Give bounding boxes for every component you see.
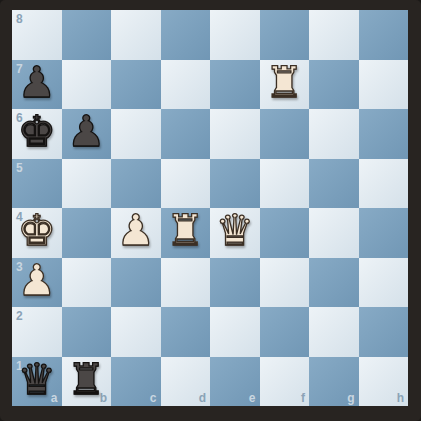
square-c6[interactable] xyxy=(111,109,161,159)
square-a5[interactable]: 5 xyxy=(12,159,62,209)
square-h8[interactable] xyxy=(359,10,409,60)
piece-white-pawn[interactable]: ♟ xyxy=(111,206,161,256)
piece-black-pawn[interactable]: ♟ xyxy=(12,58,62,108)
square-b3[interactable] xyxy=(62,258,112,308)
square-f1[interactable]: f xyxy=(260,357,310,407)
square-c8[interactable] xyxy=(111,10,161,60)
square-h7[interactable] xyxy=(359,60,409,110)
square-g5[interactable] xyxy=(309,159,359,209)
square-f8[interactable] xyxy=(260,10,310,60)
square-d4[interactable]: ♜ xyxy=(161,208,211,258)
square-d2[interactable] xyxy=(161,307,211,357)
square-a6[interactable]: 6♚ xyxy=(12,109,62,159)
file-label-d: d xyxy=(199,391,206,405)
rank-label-2: 2 xyxy=(16,309,23,323)
square-h5[interactable] xyxy=(359,159,409,209)
square-c4[interactable]: ♟ xyxy=(111,208,161,258)
square-b4[interactable] xyxy=(62,208,112,258)
square-c5[interactable] xyxy=(111,159,161,209)
square-d3[interactable] xyxy=(161,258,211,308)
file-label-f: f xyxy=(301,391,305,405)
square-d6[interactable] xyxy=(161,109,211,159)
square-b1[interactable]: b♜ xyxy=(62,357,112,407)
square-e1[interactable]: e xyxy=(210,357,260,407)
square-f4[interactable] xyxy=(260,208,310,258)
square-h1[interactable]: h xyxy=(359,357,409,407)
square-f3[interactable] xyxy=(260,258,310,308)
file-label-g: g xyxy=(347,391,354,405)
square-e3[interactable] xyxy=(210,258,260,308)
square-e4[interactable]: ♛ xyxy=(210,208,260,258)
file-label-h: h xyxy=(397,391,404,405)
square-a8[interactable]: 8 xyxy=(12,10,62,60)
square-h4[interactable] xyxy=(359,208,409,258)
file-label-e: e xyxy=(249,391,256,405)
square-c7[interactable] xyxy=(111,60,161,110)
piece-white-king[interactable]: ♚ xyxy=(12,206,62,256)
square-e7[interactable] xyxy=(210,60,260,110)
square-b5[interactable] xyxy=(62,159,112,209)
square-b8[interactable] xyxy=(62,10,112,60)
square-f2[interactable] xyxy=(260,307,310,357)
piece-white-queen[interactable]: ♛ xyxy=(210,206,260,256)
file-label-c: c xyxy=(150,391,157,405)
square-g7[interactable] xyxy=(309,60,359,110)
square-h3[interactable] xyxy=(359,258,409,308)
square-a3[interactable]: 3♟ xyxy=(12,258,62,308)
piece-white-rook[interactable]: ♜ xyxy=(161,206,211,256)
square-c3[interactable] xyxy=(111,258,161,308)
square-c2[interactable] xyxy=(111,307,161,357)
piece-black-pawn[interactable]: ♟ xyxy=(62,107,112,157)
square-g2[interactable] xyxy=(309,307,359,357)
square-g6[interactable] xyxy=(309,109,359,159)
square-d1[interactable]: d xyxy=(161,357,211,407)
piece-black-rook[interactable]: ♜ xyxy=(62,355,112,405)
square-a4[interactable]: 4♚ xyxy=(12,208,62,258)
square-b7[interactable] xyxy=(62,60,112,110)
piece-black-queen[interactable]: ♛ xyxy=(12,355,62,405)
square-g1[interactable]: g xyxy=(309,357,359,407)
square-e5[interactable] xyxy=(210,159,260,209)
piece-white-pawn[interactable]: ♟ xyxy=(12,256,62,306)
square-c1[interactable]: c xyxy=(111,357,161,407)
square-g4[interactable] xyxy=(309,208,359,258)
chess-board: 87♟♜6♚♟54♚♟♜♛3♟21a♛b♜cdefgh xyxy=(12,10,408,406)
square-d5[interactable] xyxy=(161,159,211,209)
rank-label-5: 5 xyxy=(16,161,23,175)
square-e8[interactable] xyxy=(210,10,260,60)
square-e6[interactable] xyxy=(210,109,260,159)
square-f5[interactable] xyxy=(260,159,310,209)
square-f7[interactable]: ♜ xyxy=(260,60,310,110)
square-h2[interactable] xyxy=(359,307,409,357)
chess-board-frame: 87♟♜6♚♟54♚♟♜♛3♟21a♛b♜cdefgh xyxy=(0,0,421,421)
square-f6[interactable] xyxy=(260,109,310,159)
square-h6[interactable] xyxy=(359,109,409,159)
square-e2[interactable] xyxy=(210,307,260,357)
square-a1[interactable]: 1a♛ xyxy=(12,357,62,407)
square-a7[interactable]: 7♟ xyxy=(12,60,62,110)
rank-label-8: 8 xyxy=(16,12,23,26)
square-b6[interactable]: ♟ xyxy=(62,109,112,159)
piece-white-rook[interactable]: ♜ xyxy=(260,58,310,108)
square-b2[interactable] xyxy=(62,307,112,357)
square-g3[interactable] xyxy=(309,258,359,308)
square-a2[interactable]: 2 xyxy=(12,307,62,357)
square-g8[interactable] xyxy=(309,10,359,60)
square-d8[interactable] xyxy=(161,10,211,60)
piece-black-king[interactable]: ♚ xyxy=(12,107,62,157)
square-d7[interactable] xyxy=(161,60,211,110)
